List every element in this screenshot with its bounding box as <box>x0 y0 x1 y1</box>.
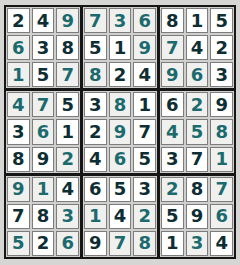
cell-r1c4[interactable]: 7 <box>84 8 107 33</box>
cell-r7c7[interactable]: 2 <box>161 177 184 202</box>
cell-r5c7[interactable]: 4 <box>161 119 184 144</box>
cell-r3c9[interactable]: 3 <box>210 62 233 87</box>
cell-r1c3[interactable]: 9 <box>56 8 79 33</box>
cell-r3c7[interactable]: 9 <box>161 62 184 87</box>
cell-r9c8[interactable]: 3 <box>186 231 209 256</box>
cell-r7c3[interactable]: 4 <box>56 177 79 202</box>
cell-r4c3[interactable]: 5 <box>56 92 79 117</box>
sudoku-box-3: 815742963 <box>160 7 234 88</box>
cell-r5c3[interactable]: 1 <box>56 119 79 144</box>
cell-r7c2[interactable]: 1 <box>32 177 55 202</box>
cell-r2c1[interactable]: 6 <box>7 35 30 60</box>
cell-r8c1[interactable]: 7 <box>7 204 30 229</box>
cell-r3c1[interactable]: 1 <box>7 62 30 87</box>
cell-r8c6[interactable]: 2 <box>133 204 156 229</box>
cell-r6c8[interactable]: 7 <box>186 147 209 172</box>
cell-r5c2[interactable]: 6 <box>32 119 55 144</box>
cell-r7c6[interactable]: 3 <box>133 177 156 202</box>
sudoku-box-6: 629458371 <box>160 91 234 172</box>
cell-r1c7[interactable]: 8 <box>161 8 184 33</box>
cell-r5c4[interactable]: 2 <box>84 119 107 144</box>
cell-r6c2[interactable]: 9 <box>32 147 55 172</box>
cell-r7c5[interactable]: 5 <box>109 177 132 202</box>
cell-r3c8[interactable]: 6 <box>186 62 209 87</box>
cell-r5c1[interactable]: 3 <box>7 119 30 144</box>
cell-r9c3[interactable]: 6 <box>56 231 79 256</box>
cell-r2c7[interactable]: 7 <box>161 35 184 60</box>
cell-r9c5[interactable]: 7 <box>109 231 132 256</box>
cell-r8c7[interactable]: 5 <box>161 204 184 229</box>
cell-r4c2[interactable]: 7 <box>32 92 55 117</box>
sudoku-box-4: 475361892 <box>6 91 80 172</box>
cell-r3c6[interactable]: 4 <box>133 62 156 87</box>
cell-r9c2[interactable]: 2 <box>32 231 55 256</box>
cell-r4c1[interactable]: 4 <box>7 92 30 117</box>
cell-r6c6[interactable]: 5 <box>133 147 156 172</box>
cell-r3c3[interactable]: 7 <box>56 62 79 87</box>
cell-r7c1[interactable]: 9 <box>7 177 30 202</box>
cell-r4c7[interactable]: 6 <box>161 92 184 117</box>
cell-r4c5[interactable]: 8 <box>109 92 132 117</box>
cell-r5c6[interactable]: 7 <box>133 119 156 144</box>
cell-r9c7[interactable]: 1 <box>161 231 184 256</box>
cell-r7c4[interactable]: 6 <box>84 177 107 202</box>
cell-r9c1[interactable]: 5 <box>7 231 30 256</box>
sudoku-box-1: 249638157 <box>6 7 80 88</box>
cell-r6c1[interactable]: 8 <box>7 147 30 172</box>
cell-r1c9[interactable]: 5 <box>210 8 233 33</box>
sudoku-box-7: 914783526 <box>6 176 80 257</box>
sudoku-frame: 2496381577365198248157429634753618923812… <box>0 0 240 265</box>
cell-r6c7[interactable]: 3 <box>161 147 184 172</box>
cell-r2c8[interactable]: 4 <box>186 35 209 60</box>
cell-r4c6[interactable]: 1 <box>133 92 156 117</box>
cell-r9c6[interactable]: 8 <box>133 231 156 256</box>
cell-r8c8[interactable]: 9 <box>186 204 209 229</box>
cell-r7c8[interactable]: 8 <box>186 177 209 202</box>
cell-r5c5[interactable]: 9 <box>109 119 132 144</box>
cell-r8c9[interactable]: 6 <box>210 204 233 229</box>
sudoku-box-5: 381297465 <box>83 91 157 172</box>
cell-r6c9[interactable]: 1 <box>210 147 233 172</box>
cell-r6c5[interactable]: 6 <box>109 147 132 172</box>
cell-r2c9[interactable]: 2 <box>210 35 233 60</box>
cell-r2c2[interactable]: 3 <box>32 35 55 60</box>
cell-r7c9[interactable]: 7 <box>210 177 233 202</box>
cell-r5c9[interactable]: 8 <box>210 119 233 144</box>
cell-r3c2[interactable]: 5 <box>32 62 55 87</box>
cell-r9c4[interactable]: 9 <box>84 231 107 256</box>
cell-r1c2[interactable]: 4 <box>32 8 55 33</box>
cell-r1c6[interactable]: 6 <box>133 8 156 33</box>
cell-r5c8[interactable]: 5 <box>186 119 209 144</box>
cell-r2c4[interactable]: 5 <box>84 35 107 60</box>
sudoku-box-2: 736519824 <box>83 7 157 88</box>
cell-r1c8[interactable]: 1 <box>186 8 209 33</box>
cell-r8c2[interactable]: 8 <box>32 204 55 229</box>
cell-r2c5[interactable]: 1 <box>109 35 132 60</box>
sudoku-box-9: 287596134 <box>160 176 234 257</box>
cell-r2c3[interactable]: 8 <box>56 35 79 60</box>
cell-r4c9[interactable]: 9 <box>210 92 233 117</box>
cell-r3c5[interactable]: 2 <box>109 62 132 87</box>
cell-r2c6[interactable]: 9 <box>133 35 156 60</box>
cell-r1c1[interactable]: 2 <box>7 8 30 33</box>
cell-r9c9[interactable]: 4 <box>210 231 233 256</box>
sudoku-board: 2496381577365198248157429634753618923812… <box>4 5 236 259</box>
cell-r8c3[interactable]: 3 <box>56 204 79 229</box>
cell-r3c4[interactable]: 8 <box>84 62 107 87</box>
cell-r4c8[interactable]: 2 <box>186 92 209 117</box>
cell-r4c4[interactable]: 3 <box>84 92 107 117</box>
cell-r1c5[interactable]: 3 <box>109 8 132 33</box>
sudoku-box-8: 653142978 <box>83 176 157 257</box>
cell-r6c3[interactable]: 2 <box>56 147 79 172</box>
cell-r8c5[interactable]: 4 <box>109 204 132 229</box>
cell-r6c4[interactable]: 4 <box>84 147 107 172</box>
cell-r8c4[interactable]: 1 <box>84 204 107 229</box>
